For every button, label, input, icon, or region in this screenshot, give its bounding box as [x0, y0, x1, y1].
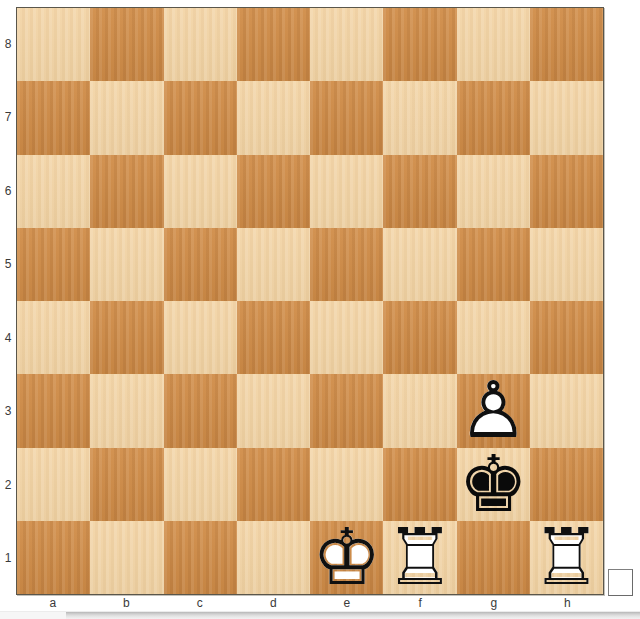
- square-d4[interactable]: [237, 301, 310, 374]
- file-label-h: h: [531, 595, 605, 611]
- square-h3[interactable]: [530, 374, 603, 447]
- square-g1[interactable]: [457, 521, 530, 594]
- square-a6[interactable]: [17, 155, 90, 228]
- square-b6[interactable]: [90, 155, 163, 228]
- square-g7[interactable]: [457, 81, 530, 154]
- horizontal-scrollbar-thumb[interactable]: [66, 612, 640, 619]
- square-a4[interactable]: [17, 301, 90, 374]
- square-f3[interactable]: [383, 374, 456, 447]
- rank-label-6: 6: [0, 154, 16, 228]
- file-label-b: b: [90, 595, 164, 611]
- square-c3[interactable]: [164, 374, 237, 447]
- square-d8[interactable]: [237, 8, 310, 81]
- square-b7[interactable]: [90, 81, 163, 154]
- square-b3[interactable]: [90, 374, 163, 447]
- square-c4[interactable]: [164, 301, 237, 374]
- square-a2[interactable]: [17, 448, 90, 521]
- file-label-g: g: [457, 595, 531, 611]
- square-f5[interactable]: [383, 228, 456, 301]
- square-e8[interactable]: [310, 8, 383, 81]
- square-a5[interactable]: [17, 228, 90, 301]
- square-a7[interactable]: [17, 81, 90, 154]
- file-label-c: c: [163, 595, 237, 611]
- square-h5[interactable]: [530, 228, 603, 301]
- square-a1[interactable]: [17, 521, 90, 594]
- square-f7[interactable]: [383, 81, 456, 154]
- piece-white-rook-f1[interactable]: ♜♖: [383, 521, 456, 594]
- page: 87654321 ♟♙♚♚♔♜♖♜♖ abcdefgh: [0, 0, 640, 619]
- square-d5[interactable]: [237, 228, 310, 301]
- square-c7[interactable]: [164, 81, 237, 154]
- rank-label-8: 8: [0, 7, 16, 81]
- square-b8[interactable]: [90, 8, 163, 81]
- square-f2[interactable]: [383, 448, 456, 521]
- rank-label-7: 7: [0, 81, 16, 155]
- square-g3[interactable]: ♟♙: [457, 374, 530, 447]
- file-label-e: e: [310, 595, 384, 611]
- white-pawn-outline-glyph: ♙: [457, 374, 530, 447]
- square-g2[interactable]: ♚: [457, 448, 530, 521]
- square-c2[interactable]: [164, 448, 237, 521]
- horizontal-scrollbar[interactable]: [0, 611, 640, 619]
- square-h4[interactable]: [530, 301, 603, 374]
- square-d1[interactable]: [237, 521, 310, 594]
- rank-label-1: 1: [0, 522, 16, 596]
- square-g6[interactable]: [457, 155, 530, 228]
- square-e7[interactable]: [310, 81, 383, 154]
- file-labels: abcdefgh: [16, 595, 604, 611]
- white-rook-outline-glyph: ♖: [530, 521, 603, 594]
- file-label-a: a: [16, 595, 90, 611]
- square-c6[interactable]: [164, 155, 237, 228]
- file-label-f: f: [384, 595, 458, 611]
- square-h2[interactable]: [530, 448, 603, 521]
- square-g4[interactable]: [457, 301, 530, 374]
- square-e4[interactable]: [310, 301, 383, 374]
- square-e5[interactable]: [310, 228, 383, 301]
- square-a8[interactable]: [17, 8, 90, 81]
- square-h8[interactable]: [530, 8, 603, 81]
- rank-label-2: 2: [0, 448, 16, 522]
- square-c1[interactable]: [164, 521, 237, 594]
- square-g8[interactable]: [457, 8, 530, 81]
- white-rook-outline-glyph: ♖: [383, 521, 456, 594]
- square-e3[interactable]: [310, 374, 383, 447]
- square-c8[interactable]: [164, 8, 237, 81]
- rank-label-3: 3: [0, 375, 16, 449]
- square-g5[interactable]: [457, 228, 530, 301]
- piece-black-king-g2[interactable]: ♚: [457, 448, 530, 521]
- square-d7[interactable]: [237, 81, 310, 154]
- square-b1[interactable]: [90, 521, 163, 594]
- square-d3[interactable]: [237, 374, 310, 447]
- square-b5[interactable]: [90, 228, 163, 301]
- square-f8[interactable]: [383, 8, 456, 81]
- square-d6[interactable]: [237, 155, 310, 228]
- side-to-move-indicator[interactable]: [608, 569, 633, 596]
- square-c5[interactable]: [164, 228, 237, 301]
- piece-white-rook-h1[interactable]: ♜♖: [530, 521, 603, 594]
- rank-labels: 87654321: [0, 7, 16, 595]
- white-king-outline-glyph: ♔: [310, 521, 383, 594]
- chess-board[interactable]: ♟♙♚♚♔♜♖♜♖: [16, 7, 604, 595]
- square-e2[interactable]: [310, 448, 383, 521]
- rank-label-4: 4: [0, 301, 16, 375]
- black-king-fill-glyph: ♚: [457, 448, 530, 521]
- square-h7[interactable]: [530, 81, 603, 154]
- square-e6[interactable]: [310, 155, 383, 228]
- square-a3[interactable]: [17, 374, 90, 447]
- piece-white-king-e1[interactable]: ♚♔: [310, 521, 383, 594]
- square-d2[interactable]: [237, 448, 310, 521]
- piece-white-pawn-g3[interactable]: ♟♙: [457, 374, 530, 447]
- file-label-d: d: [237, 595, 311, 611]
- square-e1[interactable]: ♚♔: [310, 521, 383, 594]
- square-f6[interactable]: [383, 155, 456, 228]
- square-f1[interactable]: ♜♖: [383, 521, 456, 594]
- square-h6[interactable]: [530, 155, 603, 228]
- square-b4[interactable]: [90, 301, 163, 374]
- square-b2[interactable]: [90, 448, 163, 521]
- square-h1[interactable]: ♜♖: [530, 521, 603, 594]
- square-f4[interactable]: [383, 301, 456, 374]
- rank-label-5: 5: [0, 228, 16, 302]
